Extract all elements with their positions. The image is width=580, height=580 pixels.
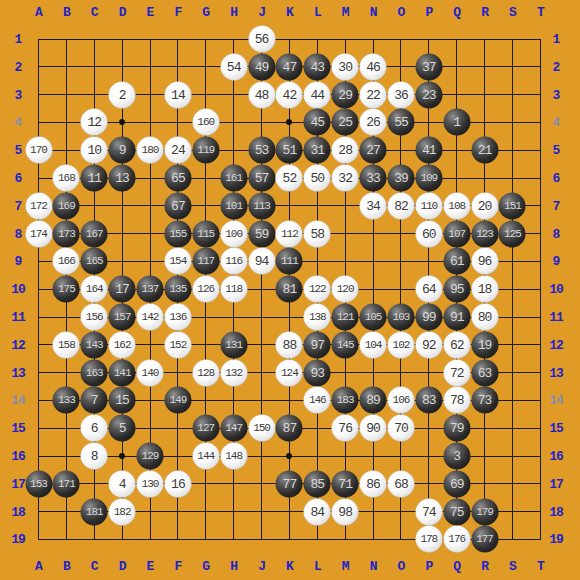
stone-move-number: 92 [422, 338, 436, 351]
stone-move-number: 104 [365, 339, 382, 350]
coord-label-bottom-H: H [230, 559, 237, 574]
stone-black-57: 57 [248, 165, 275, 192]
stone-move-number: 165 [86, 256, 103, 267]
stone-white-70: 70 [387, 415, 414, 442]
stone-move-number: 34 [366, 199, 380, 212]
stone-move-number: 74 [422, 505, 436, 518]
stone-move-number: 164 [86, 284, 103, 295]
stone-move-number: 31 [310, 144, 324, 157]
coord-label-bottom-K: K [286, 559, 293, 574]
coord-label-right-13: 13 [549, 365, 563, 380]
stone-move-number: 30 [338, 60, 352, 73]
stone-white-158: 158 [53, 331, 80, 358]
stone-white-76: 76 [332, 415, 359, 442]
stone-move-number: 85 [310, 477, 324, 490]
stone-move-number: 128 [197, 367, 214, 378]
stone-white-136: 136 [164, 304, 191, 331]
coord-label-bottom-C: C [91, 559, 98, 574]
stone-move-number: 107 [448, 228, 465, 239]
grid-line-vertical [540, 39, 541, 540]
coord-label-bottom-S: S [509, 559, 516, 574]
stone-black-127: 127 [192, 415, 219, 442]
stone-move-number: 78 [450, 394, 464, 407]
stone-move-number: 168 [58, 173, 75, 184]
stone-move-number: 47 [283, 60, 297, 73]
stone-move-number: 22 [366, 88, 380, 101]
stone-white-34: 34 [360, 192, 387, 219]
stone-move-number: 135 [169, 284, 186, 295]
coord-label-right-9: 9 [553, 254, 560, 269]
coord-label-right-15: 15 [549, 421, 563, 436]
stone-black-67: 67 [164, 192, 191, 219]
coord-label-bottom-P: P [425, 559, 432, 574]
stone-black-119: 119 [192, 137, 219, 164]
stone-black-3: 3 [443, 443, 470, 470]
stone-move-number: 163 [86, 367, 103, 378]
stone-move-number: 51 [283, 144, 297, 157]
stone-white-68: 68 [387, 470, 414, 497]
stone-black-117: 117 [192, 248, 219, 275]
stone-white-116: 116 [220, 248, 247, 275]
coord-label-left-9: 9 [15, 254, 22, 269]
stone-white-122: 122 [304, 276, 331, 303]
coord-label-left-15: 15 [11, 421, 25, 436]
stone-move-number: 81 [283, 283, 297, 296]
stone-move-number: 94 [255, 255, 269, 268]
stone-move-number: 64 [422, 283, 436, 296]
stone-move-number: 46 [366, 60, 380, 73]
stone-move-number: 61 [450, 255, 464, 268]
stone-black-37: 37 [415, 53, 442, 80]
stone-move-number: 58 [310, 227, 324, 240]
stone-white-142: 142 [137, 304, 164, 331]
stone-black-21: 21 [471, 137, 498, 164]
stone-move-number: 17 [115, 283, 129, 296]
coord-label-right-11: 11 [549, 310, 563, 325]
coord-label-bottom-L: L [314, 559, 321, 574]
stone-white-152: 152 [164, 331, 191, 358]
stone-move-number: 157 [114, 312, 131, 323]
stone-black-27: 27 [360, 137, 387, 164]
stone-black-99: 99 [415, 304, 442, 331]
coord-label-right-14: 14 [549, 393, 563, 408]
stone-move-number: 87 [283, 422, 297, 435]
stone-move-number: 89 [366, 394, 380, 407]
stone-move-number: 131 [225, 339, 242, 350]
stone-move-number: 29 [338, 88, 352, 101]
stone-white-86: 86 [360, 470, 387, 497]
stone-move-number: 173 [58, 228, 75, 239]
coord-label-left-5: 5 [15, 143, 22, 158]
star-point [119, 119, 125, 125]
stone-white-164: 164 [81, 276, 108, 303]
stone-move-number: 174 [30, 228, 47, 239]
stone-move-number: 53 [255, 144, 269, 157]
coord-label-right-7: 7 [553, 198, 560, 213]
stone-move-number: 11 [87, 172, 101, 185]
stone-white-172: 172 [25, 192, 52, 219]
coord-label-bottom-A: A [35, 559, 42, 574]
stone-move-number: 171 [58, 478, 75, 489]
coord-label-top-L: L [314, 5, 321, 20]
stone-black-115: 115 [192, 220, 219, 247]
stone-move-number: 63 [478, 366, 492, 379]
coord-label-left-13: 13 [11, 365, 25, 380]
stone-black-23: 23 [415, 81, 442, 108]
coord-label-top-S: S [509, 5, 516, 20]
coord-label-right-8: 8 [553, 226, 560, 241]
stone-white-154: 154 [164, 248, 191, 275]
stone-black-101: 101 [220, 192, 247, 219]
stone-move-number: 178 [420, 534, 437, 545]
stone-move-number: 138 [309, 312, 326, 323]
stone-move-number: 49 [255, 60, 269, 73]
stone-white-4: 4 [109, 470, 136, 497]
stone-black-41: 41 [415, 137, 442, 164]
stone-move-number: 132 [225, 367, 242, 378]
stone-move-number: 68 [394, 477, 408, 490]
stone-white-2: 2 [109, 81, 136, 108]
stone-move-number: 9 [119, 144, 126, 157]
coord-label-bottom-E: E [147, 559, 154, 574]
stone-white-90: 90 [360, 415, 387, 442]
stone-black-151: 151 [499, 192, 526, 219]
stone-black-5: 5 [109, 415, 136, 442]
stone-move-number: 177 [476, 534, 493, 545]
grid-line-horizontal [39, 39, 542, 40]
stone-move-number: 65 [171, 172, 185, 185]
coord-label-left-14: 14 [11, 393, 25, 408]
stone-black-53: 53 [248, 137, 275, 164]
stone-move-number: 99 [422, 311, 436, 324]
coord-label-left-10: 10 [11, 282, 25, 297]
stone-move-number: 43 [310, 60, 324, 73]
coord-label-top-B: B [63, 5, 70, 20]
stone-move-number: 124 [281, 367, 298, 378]
stone-move-number: 55 [394, 116, 408, 129]
stone-move-number: 88 [283, 338, 297, 351]
stone-black-163: 163 [81, 359, 108, 386]
coord-label-top-F: F [174, 5, 181, 20]
stone-black-133: 133 [53, 387, 80, 414]
coord-label-bottom-D: D [119, 559, 126, 574]
stone-move-number: 25 [338, 116, 352, 129]
stone-move-number: 18 [478, 283, 492, 296]
coord-label-top-P: P [425, 5, 432, 20]
stone-move-number: 10 [87, 144, 101, 157]
stone-move-number: 149 [169, 395, 186, 406]
stone-move-number: 162 [114, 339, 131, 350]
stone-white-94: 94 [248, 248, 275, 275]
stone-move-number: 100 [225, 228, 242, 239]
stone-black-183: 183 [332, 387, 359, 414]
coord-label-top-A: A [35, 5, 42, 20]
stone-black-33: 33 [360, 165, 387, 192]
stone-move-number: 72 [450, 366, 464, 379]
stone-white-162: 162 [109, 331, 136, 358]
stone-move-number: 37 [422, 60, 436, 73]
coord-label-top-T: T [537, 5, 544, 20]
coord-label-top-M: M [342, 5, 349, 20]
stone-black-177: 177 [471, 526, 498, 553]
stone-black-9: 9 [109, 137, 136, 164]
coord-label-bottom-N: N [370, 559, 377, 574]
coord-label-left-1: 1 [15, 32, 22, 47]
stone-move-number: 146 [309, 395, 326, 406]
stone-move-number: 5 [119, 422, 126, 435]
stone-black-141: 141 [109, 359, 136, 386]
stone-white-102: 102 [387, 331, 414, 358]
stone-move-number: 42 [283, 88, 297, 101]
coord-label-left-17: 17 [11, 476, 25, 491]
stone-white-128: 128 [192, 359, 219, 386]
stone-move-number: 84 [310, 505, 324, 518]
stone-move-number: 117 [197, 256, 214, 267]
stone-black-129: 129 [137, 443, 164, 470]
stone-black-13: 13 [109, 165, 136, 192]
stone-black-51: 51 [276, 137, 303, 164]
stone-move-number: 167 [86, 228, 103, 239]
stone-move-number: 3 [453, 450, 460, 463]
stone-move-number: 176 [448, 534, 465, 545]
stone-black-77: 77 [276, 470, 303, 497]
stone-white-36: 36 [387, 81, 414, 108]
go-board[interactable]: AABBCCDDEEFFGGHHJJKKLLMMNNOOPPQQRRSSTT11… [0, 0, 580, 580]
stone-black-1: 1 [443, 109, 470, 136]
coord-label-right-4: 4 [553, 115, 560, 130]
coord-label-bottom-J: J [258, 559, 265, 574]
coord-label-left-2: 2 [15, 59, 22, 74]
stone-move-number: 86 [366, 477, 380, 490]
stone-move-number: 143 [86, 339, 103, 350]
stone-white-28: 28 [332, 137, 359, 164]
stone-move-number: 154 [169, 256, 186, 267]
stone-move-number: 137 [142, 284, 159, 295]
coord-label-left-19: 19 [11, 532, 25, 547]
stone-black-171: 171 [53, 470, 80, 497]
stone-white-140: 140 [137, 359, 164, 386]
stone-white-30: 30 [332, 53, 359, 80]
stone-white-138: 138 [304, 304, 331, 331]
stone-white-14: 14 [164, 81, 191, 108]
stone-move-number: 59 [255, 227, 269, 240]
stone-move-number: 115 [197, 228, 214, 239]
star-point [119, 453, 125, 459]
stone-black-161: 161 [220, 165, 247, 192]
stone-move-number: 15 [115, 394, 129, 407]
stone-white-180: 180 [137, 137, 164, 164]
stone-white-124: 124 [276, 359, 303, 386]
stone-move-number: 109 [420, 173, 437, 184]
stone-white-130: 130 [137, 470, 164, 497]
stone-move-number: 175 [58, 284, 75, 295]
stone-white-74: 74 [415, 498, 442, 525]
stone-black-71: 71 [332, 470, 359, 497]
coord-label-left-4: 4 [15, 115, 22, 130]
stone-white-82: 82 [387, 192, 414, 219]
stone-move-number: 111 [281, 256, 298, 267]
stone-black-87: 87 [276, 415, 303, 442]
stone-move-number: 56 [255, 33, 269, 46]
stone-move-number: 91 [450, 311, 464, 324]
stone-move-number: 48 [255, 88, 269, 101]
stone-move-number: 140 [142, 367, 159, 378]
stone-move-number: 172 [30, 200, 47, 211]
grid-line-vertical [261, 39, 262, 540]
stone-white-108: 108 [443, 192, 470, 219]
coord-label-top-J: J [258, 5, 265, 20]
stone-move-number: 20 [478, 199, 492, 212]
stone-move-number: 75 [450, 505, 464, 518]
stone-black-111: 111 [276, 248, 303, 275]
stone-white-150: 150 [248, 415, 275, 442]
stone-white-176: 176 [443, 526, 470, 553]
stone-move-number: 12 [87, 116, 101, 129]
stone-black-137: 137 [137, 276, 164, 303]
stone-move-number: 123 [476, 228, 493, 239]
stone-black-167: 167 [81, 220, 108, 247]
stone-move-number: 1 [453, 116, 460, 129]
stone-move-number: 126 [197, 284, 214, 295]
coord-label-top-K: K [286, 5, 293, 20]
stone-move-number: 127 [197, 423, 214, 434]
stone-white-52: 52 [276, 165, 303, 192]
stone-black-173: 173 [53, 220, 80, 247]
coord-label-right-17: 17 [549, 476, 563, 491]
stone-move-number: 73 [478, 394, 492, 407]
stone-white-88: 88 [276, 331, 303, 358]
stone-black-85: 85 [304, 470, 331, 497]
stone-white-10: 10 [81, 137, 108, 164]
stone-black-181: 181 [81, 498, 108, 525]
coord-label-left-16: 16 [11, 449, 25, 464]
coord-label-left-12: 12 [11, 337, 25, 352]
star-point [286, 119, 292, 125]
stone-black-147: 147 [220, 415, 247, 442]
stone-white-110: 110 [415, 192, 442, 219]
coord-label-left-18: 18 [11, 504, 25, 519]
coord-label-left-11: 11 [11, 310, 25, 325]
stone-move-number: 44 [310, 88, 324, 101]
coord-label-top-O: O [398, 5, 405, 20]
stone-move-number: 133 [58, 395, 75, 406]
stone-black-55: 55 [387, 109, 414, 136]
stone-move-number: 110 [420, 200, 437, 211]
stone-move-number: 103 [393, 312, 410, 323]
stone-move-number: 80 [478, 311, 492, 324]
stone-black-125: 125 [499, 220, 526, 247]
stone-white-44: 44 [304, 81, 331, 108]
stone-white-144: 144 [192, 443, 219, 470]
stone-white-12: 12 [81, 109, 108, 136]
stone-white-132: 132 [220, 359, 247, 386]
stone-black-103: 103 [387, 304, 414, 331]
coord-label-top-D: D [119, 5, 126, 20]
coord-label-right-19: 19 [549, 532, 563, 547]
coord-label-right-5: 5 [553, 143, 560, 158]
stone-move-number: 60 [422, 227, 436, 240]
stone-black-11: 11 [81, 165, 108, 192]
coord-label-right-6: 6 [553, 171, 560, 186]
stone-black-49: 49 [248, 53, 275, 80]
stone-move-number: 166 [58, 256, 75, 267]
stone-move-number: 121 [337, 312, 354, 323]
stone-black-73: 73 [471, 387, 498, 414]
grid-line-vertical [512, 39, 513, 540]
stone-white-72: 72 [443, 359, 470, 386]
stone-move-number: 151 [504, 200, 521, 211]
stone-move-number: 41 [422, 144, 436, 157]
stone-move-number: 155 [169, 228, 186, 239]
stone-move-number: 21 [478, 144, 492, 157]
stone-black-19: 19 [471, 331, 498, 358]
stone-black-179: 179 [471, 498, 498, 525]
stone-move-number: 62 [450, 338, 464, 351]
stone-move-number: 16 [171, 477, 185, 490]
stone-black-45: 45 [304, 109, 331, 136]
coord-label-right-3: 3 [553, 87, 560, 102]
stone-black-113: 113 [248, 192, 275, 219]
stone-black-153: 153 [25, 470, 52, 497]
coord-label-left-8: 8 [15, 226, 22, 241]
stone-white-8: 8 [81, 443, 108, 470]
coord-label-bottom-G: G [202, 559, 209, 574]
stone-move-number: 156 [86, 312, 103, 323]
stone-move-number: 39 [394, 172, 408, 185]
grid-line-vertical [38, 39, 39, 540]
stone-move-number: 105 [365, 312, 382, 323]
stone-white-166: 166 [53, 248, 80, 275]
stone-move-number: 71 [338, 477, 352, 490]
stone-move-number: 32 [338, 172, 352, 185]
stone-white-78: 78 [443, 387, 470, 414]
stone-white-46: 46 [360, 53, 387, 80]
stone-black-43: 43 [304, 53, 331, 80]
stone-move-number: 83 [422, 394, 436, 407]
stone-black-17: 17 [109, 276, 136, 303]
stone-black-145: 145 [332, 331, 359, 358]
coord-label-bottom-M: M [342, 559, 349, 574]
stone-white-106: 106 [387, 387, 414, 414]
stone-black-59: 59 [248, 220, 275, 247]
stone-black-97: 97 [304, 331, 331, 358]
coord-label-right-16: 16 [549, 449, 563, 464]
stone-white-98: 98 [332, 498, 359, 525]
stone-white-174: 174 [25, 220, 52, 247]
stone-move-number: 147 [225, 423, 242, 434]
coord-label-right-12: 12 [549, 337, 563, 352]
stone-move-number: 70 [394, 422, 408, 435]
stone-black-7: 7 [81, 387, 108, 414]
stone-white-32: 32 [332, 165, 359, 192]
stone-move-number: 183 [337, 395, 354, 406]
stone-move-number: 142 [142, 312, 159, 323]
coord-label-bottom-O: O [398, 559, 405, 574]
stone-white-168: 168 [53, 165, 80, 192]
stone-white-16: 16 [164, 470, 191, 497]
stone-white-54: 54 [220, 53, 247, 80]
stone-move-number: 148 [225, 451, 242, 462]
stone-move-number: 19 [478, 338, 492, 351]
stone-white-118: 118 [220, 276, 247, 303]
stone-black-47: 47 [276, 53, 303, 80]
stone-move-number: 52 [283, 172, 297, 185]
coord-label-top-N: N [370, 5, 377, 20]
stone-move-number: 98 [338, 505, 352, 518]
stone-move-number: 95 [450, 283, 464, 296]
coord-label-top-E: E [147, 5, 154, 20]
stone-move-number: 116 [225, 256, 242, 267]
